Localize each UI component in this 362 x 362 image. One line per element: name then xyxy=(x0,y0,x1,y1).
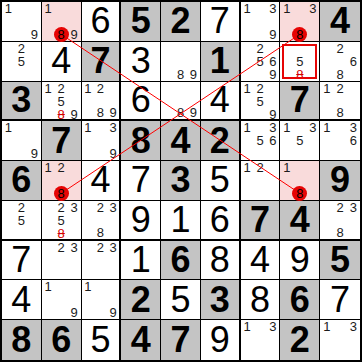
cell-r8c9[interactable]: 7 xyxy=(320,280,360,320)
cell-r5c9[interactable]: 9 xyxy=(320,161,360,201)
candidate-3: 3 xyxy=(68,241,81,254)
empty-candidate-slot xyxy=(55,254,68,267)
candidate-8: 8 xyxy=(333,106,346,119)
empty-candidate-slot xyxy=(320,147,333,160)
empty-candidate-slot xyxy=(28,201,41,214)
cell-r3c9[interactable]: 128 xyxy=(320,82,360,122)
empty-candidate-slot xyxy=(42,214,55,227)
cell-r2c7[interactable]: 2569 xyxy=(241,42,281,82)
candidate-1: 1 xyxy=(241,121,254,134)
cell-r9c7[interactable]: 13 xyxy=(241,320,281,360)
cell-r2c9[interactable]: 268 xyxy=(320,42,360,82)
cell-r1c2[interactable]: 189 xyxy=(42,2,82,42)
candidate-3: 3 xyxy=(107,201,120,214)
pencil-marks: 58 xyxy=(280,42,319,81)
given-digit: 6 xyxy=(170,242,190,278)
cell-r2c3[interactable]: 7 xyxy=(82,42,122,82)
pencil-marks: 19 xyxy=(82,280,120,319)
empty-candidate-slot xyxy=(347,106,360,119)
empty-candidate-slot xyxy=(306,147,319,160)
pencil-marks: 2569 xyxy=(241,42,280,81)
candidate-1: 1 xyxy=(82,280,95,293)
given-digit: 4 xyxy=(290,202,310,238)
cell-r8c1[interactable]: 4 xyxy=(2,280,42,320)
empty-candidate-slot xyxy=(42,174,55,187)
cell-r6c2[interactable]: 2358 xyxy=(42,201,82,241)
empty-candidate-slot xyxy=(280,42,293,55)
empty-candidate-slot xyxy=(68,82,81,95)
cell-r7c3[interactable]: 23 xyxy=(82,241,122,281)
candidate-9: 9 xyxy=(267,28,280,41)
empty-candidate-slot xyxy=(42,15,55,28)
pencil-marks: 189 xyxy=(42,2,81,41)
candidate-3: 3 xyxy=(347,320,360,333)
sudoku-board: 1918965271391384254738912569582683125891… xyxy=(0,0,362,362)
empty-candidate-slot xyxy=(306,15,319,28)
empty-candidate-slot xyxy=(2,147,15,160)
given-digit: 7 xyxy=(90,43,110,79)
empty-candidate-slot xyxy=(68,161,81,174)
empty-candidate-slot xyxy=(280,187,293,200)
cell-r7c1[interactable]: 7 xyxy=(2,241,42,281)
solved-digit: 5 xyxy=(170,282,190,318)
solved-digit: 1 xyxy=(131,242,151,278)
empty-candidate-slot xyxy=(333,134,346,147)
cell-r3c2[interactable]: 12589 xyxy=(42,82,82,122)
candidate-9: 9 xyxy=(107,106,120,119)
given-digit: 1 xyxy=(210,43,230,79)
empty-candidate-slot xyxy=(68,280,81,293)
cell-r1c7[interactable]: 139 xyxy=(241,2,281,42)
eliminated-candidate-8: 8 xyxy=(55,227,68,240)
candidate-5: 5 xyxy=(15,55,28,68)
cell-r1c8[interactable]: 138 xyxy=(280,2,320,42)
solved-digit: 4 xyxy=(11,282,31,318)
candidate-3: 3 xyxy=(267,320,280,333)
empty-candidate-slot xyxy=(42,306,55,319)
empty-candidate-slot xyxy=(55,306,68,319)
empty-candidate-slot xyxy=(241,68,254,81)
pencil-marks: 19 xyxy=(2,121,41,160)
empty-candidate-slot xyxy=(107,226,120,239)
empty-candidate-slot xyxy=(306,134,319,147)
given-digit: 6 xyxy=(290,282,310,318)
candidate-5: 5 xyxy=(254,95,267,108)
empty-candidate-slot xyxy=(28,42,41,55)
candidate-5: 5 xyxy=(55,214,68,227)
cell-r3c4[interactable]: 6 xyxy=(121,82,161,122)
empty-candidate-slot xyxy=(241,174,254,187)
cell-r9c4[interactable]: 4 xyxy=(121,320,161,360)
empty-candidate-slot xyxy=(347,147,360,160)
empty-candidate-slot xyxy=(2,214,15,227)
pencil-marks: 18 xyxy=(280,161,319,200)
cell-r5c2[interactable]: 128 xyxy=(42,161,82,201)
empty-candidate-slot xyxy=(306,55,319,68)
given-digit: 7 xyxy=(51,123,71,159)
candidate-2: 2 xyxy=(55,201,68,214)
empty-candidate-slot xyxy=(15,2,28,15)
empty-candidate-slot xyxy=(107,214,120,226)
empty-candidate-slot xyxy=(267,147,280,160)
empty-candidate-slot xyxy=(55,267,68,280)
cell-r4c8[interactable]: 135 xyxy=(280,121,320,161)
empty-candidate-slot xyxy=(28,121,41,134)
empty-candidate-slot xyxy=(42,267,55,280)
cell-r7c8[interactable]: 9 xyxy=(280,241,320,281)
cell-r3c1[interactable]: 3 xyxy=(2,82,42,122)
candidate-1: 1 xyxy=(241,161,254,174)
candidate-6: 6 xyxy=(347,134,360,147)
empty-candidate-slot xyxy=(28,227,41,239)
cell-r2c5[interactable]: 89 xyxy=(161,42,201,82)
empty-candidate-slot xyxy=(254,347,267,360)
cell-r4c1[interactable]: 19 xyxy=(2,121,42,161)
empty-candidate-slot xyxy=(320,95,333,107)
candidate-9: 9 xyxy=(267,68,280,81)
empty-candidate-slot xyxy=(68,174,81,187)
empty-candidate-slot xyxy=(42,227,55,240)
candidate-5: 5 xyxy=(254,55,267,68)
cell-r4c3[interactable]: 139 xyxy=(82,121,122,161)
candidate-1: 1 xyxy=(241,82,254,95)
candidate-1: 1 xyxy=(320,320,333,333)
empty-candidate-slot xyxy=(347,214,360,226)
cell-r7c6[interactable]: 8 xyxy=(201,241,241,281)
cell-r7c9[interactable]: 5 xyxy=(320,241,360,281)
cell-r9c8[interactable]: 2 xyxy=(280,320,320,360)
candidate-5: 5 xyxy=(254,134,267,147)
empty-candidate-slot xyxy=(68,254,81,267)
given-digit: 3 xyxy=(11,82,31,118)
pencil-marks: 136 xyxy=(320,121,360,160)
cell-r7c7[interactable]: 4 xyxy=(241,241,281,281)
candidate-2: 2 xyxy=(55,241,68,254)
empty-candidate-slot xyxy=(82,214,95,226)
cell-r8c3[interactable]: 19 xyxy=(82,280,122,320)
solved-digit: 4 xyxy=(210,82,230,118)
cell-r9c3[interactable]: 5 xyxy=(82,320,122,360)
solved-digit: 6 xyxy=(210,202,230,238)
solved-digit: 3 xyxy=(131,43,151,79)
candidate-3: 3 xyxy=(306,121,319,134)
empty-candidate-slot xyxy=(333,347,346,360)
candidate-1: 1 xyxy=(320,121,333,134)
empty-candidate-slot xyxy=(82,201,95,214)
cell-r4c5[interactable]: 4 xyxy=(161,121,201,161)
empty-candidate-slot xyxy=(82,293,95,306)
empty-candidate-slot xyxy=(161,106,174,119)
candidate-1: 1 xyxy=(2,121,15,134)
cell-r1c5[interactable]: 2 xyxy=(161,2,201,42)
cell-r4c6[interactable]: 2 xyxy=(201,121,241,161)
given-digit: 7 xyxy=(290,82,310,118)
cell-r9c9[interactable]: 13 xyxy=(320,320,360,360)
solved-digit: 7 xyxy=(131,162,151,198)
empty-candidate-slot xyxy=(161,42,174,55)
solved-digit: 6 xyxy=(131,82,151,118)
cell-r6c9[interactable]: 238 xyxy=(320,201,360,241)
cell-r5c7[interactable]: 12 xyxy=(241,161,281,201)
empty-candidate-slot xyxy=(347,82,360,95)
empty-candidate-slot xyxy=(241,15,254,28)
given-digit: 9 xyxy=(330,162,350,198)
empty-candidate-slot xyxy=(320,42,333,55)
cell-r9c6[interactable]: 9 xyxy=(201,320,241,360)
cell-r6c3[interactable]: 238 xyxy=(82,201,122,241)
solved-digit: 8 xyxy=(250,282,270,318)
cell-r8c7[interactable]: 8 xyxy=(241,280,281,320)
empty-candidate-slot xyxy=(293,2,306,15)
empty-candidate-slot xyxy=(267,187,280,200)
empty-candidate-slot xyxy=(306,174,319,187)
given-digit: 6 xyxy=(11,162,31,198)
cell-r1c4[interactable]: 5 xyxy=(121,2,161,42)
cell-r3c8[interactable]: 7 xyxy=(280,82,320,122)
cell-r8c2[interactable]: 19 xyxy=(42,280,82,320)
cell-r8c4[interactable]: 2 xyxy=(121,280,161,320)
empty-candidate-slot xyxy=(28,15,41,28)
cell-r1c6[interactable]: 7 xyxy=(201,2,241,42)
empty-candidate-slot xyxy=(280,147,293,160)
empty-candidate-slot xyxy=(280,174,293,187)
pencil-marks: 25 xyxy=(2,201,41,239)
pencil-marks: 238 xyxy=(320,201,360,239)
cell-r5c4[interactable]: 7 xyxy=(121,161,161,201)
empty-candidate-slot xyxy=(320,134,333,147)
given-digit: 2 xyxy=(210,123,230,159)
candidate-2: 2 xyxy=(15,42,28,55)
empty-candidate-slot xyxy=(267,15,280,28)
given-digit: 5 xyxy=(330,242,350,278)
given-digit: 4 xyxy=(131,322,151,358)
empty-candidate-slot xyxy=(107,254,120,267)
pencil-marks: 19 xyxy=(2,2,41,41)
empty-candidate-slot xyxy=(347,68,360,81)
empty-candidate-slot xyxy=(82,254,95,267)
empty-candidate-slot xyxy=(333,320,346,333)
candidate-9: 9 xyxy=(68,306,81,319)
candidate-1: 1 xyxy=(280,121,293,134)
empty-candidate-slot xyxy=(333,121,346,134)
empty-candidate-slot xyxy=(320,347,333,360)
empty-candidate-slot xyxy=(161,82,174,94)
empty-candidate-slot xyxy=(320,68,333,81)
empty-candidate-slot xyxy=(254,15,267,28)
empty-candidate-slot xyxy=(347,333,360,346)
empty-candidate-slot xyxy=(306,42,319,55)
cell-r6c4[interactable]: 9 xyxy=(121,201,161,241)
empty-candidate-slot xyxy=(42,187,55,200)
cell-r4c2[interactable]: 7 xyxy=(42,121,82,161)
cell-r2c1[interactable]: 25 xyxy=(2,42,42,82)
candidate-2: 2 xyxy=(254,161,267,174)
pencil-marks: 23 xyxy=(82,241,120,280)
cell-r2c8[interactable]: 58 xyxy=(280,42,320,82)
given-digit: 6 xyxy=(51,322,71,358)
empty-candidate-slot xyxy=(82,106,95,119)
candidate-3: 3 xyxy=(306,2,319,15)
candidate-1: 1 xyxy=(82,121,95,134)
empty-candidate-slot xyxy=(82,226,95,239)
cell-r1c1[interactable]: 19 xyxy=(2,2,42,42)
candidate-1: 1 xyxy=(42,82,55,95)
empty-candidate-slot xyxy=(347,42,360,55)
cell-r4c9[interactable]: 136 xyxy=(320,121,360,161)
empty-candidate-slot xyxy=(333,147,346,160)
empty-candidate-slot xyxy=(347,226,360,239)
empty-candidate-slot xyxy=(306,161,319,174)
solved-digit: 4 xyxy=(51,43,71,79)
empty-candidate-slot xyxy=(320,55,333,68)
given-digit: 4 xyxy=(330,3,350,39)
cell-r1c3[interactable]: 6 xyxy=(82,2,122,42)
cell-r2c4[interactable]: 3 xyxy=(121,42,161,82)
cell-r4c7[interactable]: 1356 xyxy=(241,121,281,161)
pencil-marks: 89 xyxy=(161,82,200,120)
empty-candidate-slot xyxy=(347,95,360,107)
empty-candidate-slot xyxy=(254,320,267,333)
empty-candidate-slot xyxy=(267,333,280,346)
cell-r7c2[interactable]: 23 xyxy=(42,241,82,281)
candidate-9: 9 xyxy=(267,108,280,121)
empty-candidate-slot xyxy=(241,347,254,360)
candidate-3: 3 xyxy=(347,201,360,214)
empty-candidate-slot xyxy=(280,55,293,68)
empty-candidate-slot xyxy=(2,42,15,55)
cell-r6c1[interactable]: 25 xyxy=(2,201,42,241)
empty-candidate-slot xyxy=(187,82,200,94)
empty-candidate-slot xyxy=(161,55,174,68)
candidate-1: 1 xyxy=(2,2,15,15)
cell-r5c8[interactable]: 18 xyxy=(280,161,320,201)
solved-digit: 5 xyxy=(210,162,230,198)
empty-candidate-slot xyxy=(42,201,55,214)
empty-candidate-slot xyxy=(68,227,81,240)
empty-candidate-slot xyxy=(280,15,293,28)
cell-r1c9[interactable]: 4 xyxy=(320,2,360,42)
candidate-1: 1 xyxy=(241,2,254,15)
candidate-6: 6 xyxy=(267,55,280,68)
empty-candidate-slot xyxy=(94,254,107,267)
solved-digit: 7 xyxy=(11,242,31,278)
cell-r5c3[interactable]: 4 xyxy=(82,161,122,201)
empty-candidate-slot xyxy=(293,174,306,187)
candidate-8: 8 xyxy=(174,68,187,81)
empty-candidate-slot xyxy=(68,2,81,15)
empty-candidate-slot xyxy=(94,267,107,280)
cell-r5c1[interactable]: 6 xyxy=(2,161,42,201)
empty-candidate-slot xyxy=(254,2,267,15)
empty-candidate-slot xyxy=(347,347,360,360)
empty-candidate-slot xyxy=(267,95,280,108)
candidate-1: 1 xyxy=(42,280,55,293)
empty-candidate-slot xyxy=(94,280,107,293)
empty-candidate-slot xyxy=(241,55,254,68)
cell-r3c7[interactable]: 1259 xyxy=(241,82,281,122)
cell-r6c7[interactable]: 7 xyxy=(241,201,281,241)
cell-r3c6[interactable]: 4 xyxy=(201,82,241,122)
cell-r6c5[interactable]: 1 xyxy=(161,201,201,241)
cell-r7c4[interactable]: 1 xyxy=(121,241,161,281)
empty-candidate-slot xyxy=(267,161,280,174)
candidate-2: 2 xyxy=(94,241,107,254)
cell-r3c3[interactable]: 1289 xyxy=(82,82,122,122)
pencil-marks: 23 xyxy=(42,241,81,280)
empty-candidate-slot xyxy=(333,55,346,68)
cell-r3c5[interactable]: 89 xyxy=(161,82,201,122)
empty-candidate-slot xyxy=(15,28,28,41)
cell-r2c6[interactable]: 1 xyxy=(201,42,241,82)
empty-candidate-slot xyxy=(82,306,95,319)
chain-node-candidate-8: 8 xyxy=(55,187,68,200)
cell-r9c5[interactable]: 7 xyxy=(161,320,201,360)
cell-r8c5[interactable]: 5 xyxy=(161,280,201,320)
empty-candidate-slot xyxy=(15,121,28,134)
solved-digit: 4 xyxy=(90,162,110,198)
candidate-1: 1 xyxy=(82,82,95,95)
cell-r5c5[interactable]: 3 xyxy=(161,161,201,201)
chain-node-candidate-8: 8 xyxy=(293,187,306,200)
empty-candidate-slot xyxy=(320,333,333,346)
cell-r4c4[interactable]: 8 xyxy=(121,121,161,161)
cell-r9c1[interactable]: 8 xyxy=(2,320,42,360)
empty-candidate-slot xyxy=(55,293,68,306)
candidate-1: 1 xyxy=(42,161,55,174)
candidate-8: 8 xyxy=(333,226,346,239)
cell-r5c6[interactable]: 5 xyxy=(201,161,241,201)
candidate-3: 3 xyxy=(107,121,120,134)
solved-digit: 9 xyxy=(210,322,230,358)
empty-candidate-slot xyxy=(42,108,55,121)
empty-candidate-slot xyxy=(187,55,200,68)
candidate-2: 2 xyxy=(333,82,346,95)
empty-candidate-slot xyxy=(94,134,107,147)
cell-r8c6[interactable]: 3 xyxy=(201,280,241,320)
empty-candidate-slot xyxy=(293,15,306,28)
eliminated-candidate-8: 8 xyxy=(55,108,68,121)
cell-r6c6[interactable]: 6 xyxy=(201,201,241,241)
empty-candidate-slot xyxy=(42,28,55,41)
empty-candidate-slot xyxy=(107,267,120,280)
given-digit: 7 xyxy=(250,202,270,238)
cell-r9c2[interactable]: 6 xyxy=(42,320,82,360)
empty-candidate-slot xyxy=(68,267,81,280)
cell-r6c8[interactable]: 4 xyxy=(280,201,320,241)
given-digit: 3 xyxy=(170,162,190,198)
empty-candidate-slot xyxy=(2,55,15,68)
candidate-9: 9 xyxy=(187,106,200,119)
chain-node-candidate-8: 8 xyxy=(55,28,68,41)
cell-r7c5[interactable]: 6 xyxy=(161,241,201,281)
pencil-marks: 128 xyxy=(320,82,360,120)
empty-candidate-slot xyxy=(254,28,267,41)
pencil-marks: 12589 xyxy=(42,82,81,120)
empty-candidate-slot xyxy=(82,95,95,107)
empty-candidate-slot xyxy=(293,147,306,160)
given-digit: 8 xyxy=(11,322,31,358)
candidate-2: 2 xyxy=(333,42,346,55)
empty-candidate-slot xyxy=(320,106,333,119)
candidate-2: 2 xyxy=(94,82,107,95)
empty-candidate-slot xyxy=(306,28,319,41)
candidate-2: 2 xyxy=(15,201,28,214)
cell-r2c2[interactable]: 4 xyxy=(42,42,82,82)
cell-r8c8[interactable]: 6 xyxy=(280,280,320,320)
pencil-marks: 13 xyxy=(241,320,280,360)
empty-candidate-slot xyxy=(174,82,187,94)
empty-candidate-slot xyxy=(267,82,280,95)
